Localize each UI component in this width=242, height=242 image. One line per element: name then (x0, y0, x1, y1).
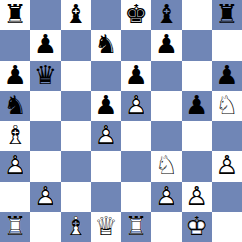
piece-white-knight: ♞♘ (151, 151, 181, 181)
square-e1[interactable]: ♜♖ (121, 212, 151, 242)
square-c2[interactable] (61, 182, 91, 212)
piece-white-pawn: ♟♙ (212, 151, 242, 181)
square-c3[interactable] (61, 151, 91, 181)
square-c4[interactable] (61, 121, 91, 151)
chess-board: ♜♝♚♝♜♟♞♟♟♛♟♟♞♟♟♙♟♞♘♝♗♟♙♟♙♞♘♟♙♟♙♟♙♟♙♜♖♝♗♛… (0, 0, 242, 242)
piece-black-knight: ♞ (91, 30, 121, 60)
square-e4[interactable] (121, 121, 151, 151)
piece-black-pawn: ♟ (212, 61, 242, 91)
square-a7[interactable] (0, 30, 30, 60)
square-d3[interactable] (91, 151, 121, 181)
square-h1[interactable] (212, 212, 242, 242)
piece-white-pawn: ♟♙ (91, 121, 121, 151)
piece-black-queen: ♛ (30, 61, 60, 91)
square-e8[interactable]: ♚ (121, 0, 151, 30)
square-e7[interactable] (121, 30, 151, 60)
square-b3[interactable] (30, 151, 60, 181)
square-f7[interactable]: ♟ (151, 30, 181, 60)
square-h4[interactable] (212, 121, 242, 151)
square-f8[interactable]: ♝ (151, 0, 181, 30)
square-b8[interactable] (30, 0, 60, 30)
square-c5[interactable] (61, 91, 91, 121)
square-a4[interactable]: ♝♗ (0, 121, 30, 151)
square-g5[interactable]: ♟ (182, 91, 212, 121)
square-g4[interactable] (182, 121, 212, 151)
piece-black-bishop: ♝ (151, 0, 181, 30)
square-f4[interactable] (151, 121, 181, 151)
square-d8[interactable] (91, 0, 121, 30)
square-b1[interactable] (30, 212, 60, 242)
square-g1[interactable]: ♚♔ (182, 212, 212, 242)
piece-white-rook: ♜♖ (0, 212, 30, 242)
piece-black-pawn: ♟ (0, 61, 30, 91)
piece-black-rook: ♜ (212, 0, 242, 30)
square-d7[interactable]: ♞ (91, 30, 121, 60)
square-g2[interactable]: ♟♙ (182, 182, 212, 212)
piece-white-pawn: ♟♙ (30, 182, 60, 212)
piece-white-knight: ♞♘ (212, 91, 242, 121)
square-e3[interactable] (121, 151, 151, 181)
piece-black-king: ♚ (121, 0, 151, 30)
square-g3[interactable] (182, 151, 212, 181)
piece-white-king: ♚♔ (182, 212, 212, 242)
square-h2[interactable] (212, 182, 242, 212)
piece-black-rook: ♜ (0, 0, 30, 30)
square-f1[interactable] (151, 212, 181, 242)
square-a5[interactable]: ♞ (0, 91, 30, 121)
square-a1[interactable]: ♜♖ (0, 212, 30, 242)
square-g8[interactable] (182, 0, 212, 30)
square-d4[interactable]: ♟♙ (91, 121, 121, 151)
square-c1[interactable]: ♝♗ (61, 212, 91, 242)
square-c8[interactable]: ♝ (61, 0, 91, 30)
square-f3[interactable]: ♞♘ (151, 151, 181, 181)
square-b5[interactable] (30, 91, 60, 121)
square-d5[interactable]: ♟ (91, 91, 121, 121)
square-b6[interactable]: ♛ (30, 61, 60, 91)
square-a6[interactable]: ♟ (0, 61, 30, 91)
piece-black-pawn: ♟ (151, 30, 181, 60)
square-e5[interactable]: ♟♙ (121, 91, 151, 121)
piece-black-bishop: ♝ (61, 0, 91, 30)
piece-white-pawn: ♟♙ (151, 182, 181, 212)
square-g6[interactable] (182, 61, 212, 91)
square-f6[interactable] (151, 61, 181, 91)
square-a3[interactable]: ♟♙ (0, 151, 30, 181)
piece-white-bishop: ♝♗ (0, 121, 30, 151)
square-d1[interactable]: ♛♕ (91, 212, 121, 242)
square-b4[interactable] (30, 121, 60, 151)
piece-white-bishop: ♝♗ (61, 212, 91, 242)
square-h3[interactable]: ♟♙ (212, 151, 242, 181)
square-b2[interactable]: ♟♙ (30, 182, 60, 212)
piece-white-rook: ♜♖ (121, 212, 151, 242)
square-d6[interactable] (91, 61, 121, 91)
square-h5[interactable]: ♞♘ (212, 91, 242, 121)
piece-black-pawn: ♟ (30, 30, 60, 60)
square-c6[interactable] (61, 61, 91, 91)
square-h6[interactable]: ♟ (212, 61, 242, 91)
chess-board-container: ♜♝♚♝♜♟♞♟♟♛♟♟♞♟♟♙♟♞♘♝♗♟♙♟♙♞♘♟♙♟♙♟♙♟♙♜♖♝♗♛… (0, 0, 242, 242)
piece-white-pawn: ♟♙ (182, 182, 212, 212)
square-d2[interactable] (91, 182, 121, 212)
square-a2[interactable] (0, 182, 30, 212)
square-h7[interactable] (212, 30, 242, 60)
square-c7[interactable] (61, 30, 91, 60)
piece-white-pawn: ♟♙ (0, 151, 30, 181)
square-f5[interactable] (151, 91, 181, 121)
square-e6[interactable]: ♟ (121, 61, 151, 91)
square-a8[interactable]: ♜ (0, 0, 30, 30)
square-f2[interactable]: ♟♙ (151, 182, 181, 212)
square-g7[interactable] (182, 30, 212, 60)
square-b7[interactable]: ♟ (30, 30, 60, 60)
square-h8[interactable]: ♜ (212, 0, 242, 30)
piece-white-queen: ♛♕ (91, 212, 121, 242)
piece-white-pawn: ♟♙ (121, 91, 151, 121)
square-e2[interactable] (121, 182, 151, 212)
piece-black-knight: ♞ (0, 91, 30, 121)
piece-black-pawn: ♟ (182, 91, 212, 121)
piece-black-pawn: ♟ (91, 91, 121, 121)
piece-black-pawn: ♟ (121, 61, 151, 91)
